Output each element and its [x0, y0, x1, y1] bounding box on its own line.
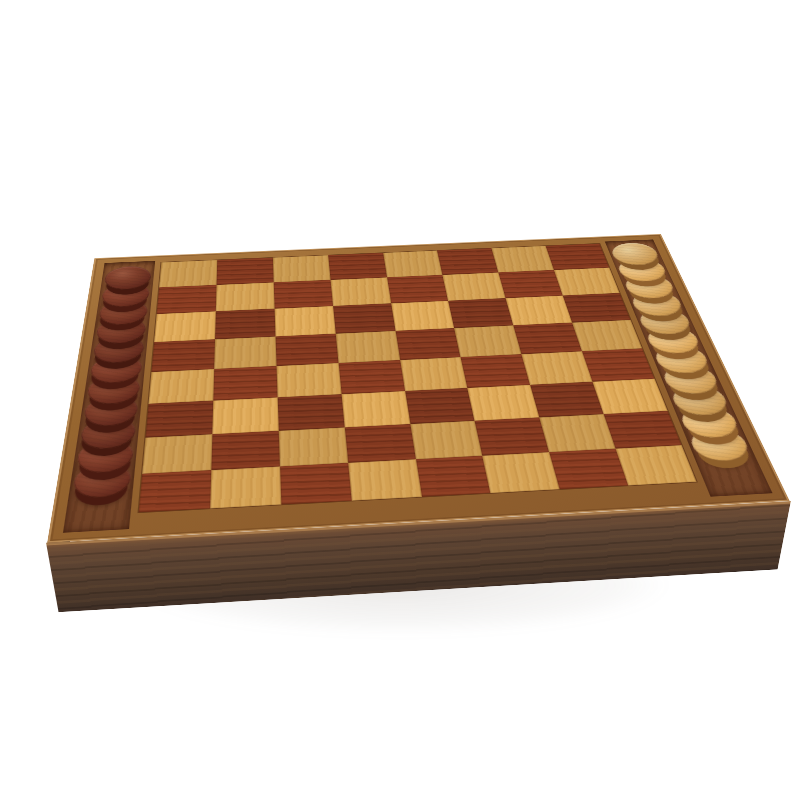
board-square[interactable] [159, 260, 217, 288]
board-square[interactable] [540, 414, 616, 452]
board-square[interactable] [348, 459, 422, 500]
board-square[interactable] [530, 382, 603, 418]
board-square[interactable] [216, 282, 275, 311]
dark-checker-piece[interactable] [87, 373, 140, 406]
board-square[interactable] [276, 363, 341, 397]
board-square[interactable] [280, 463, 352, 505]
board-square[interactable] [338, 360, 404, 394]
board-square[interactable] [514, 323, 583, 355]
board-square[interactable] [383, 250, 443, 277]
scene [0, 0, 800, 800]
board-square[interactable] [604, 411, 682, 449]
light-checker-piece[interactable] [669, 385, 731, 416]
board-square[interactable] [273, 280, 332, 309]
board-square[interactable] [454, 325, 521, 357]
board-square[interactable] [210, 466, 281, 508]
light-checker-piece[interactable] [660, 364, 722, 395]
light-checker-piece[interactable] [686, 427, 753, 462]
board-square[interactable] [549, 449, 628, 490]
board-square[interactable] [437, 248, 498, 275]
board-square[interactable] [616, 445, 697, 485]
right-tray-light-pieces [605, 239, 773, 496]
board-square[interactable] [335, 331, 399, 363]
board-square[interactable] [275, 334, 338, 366]
board-square[interactable] [387, 275, 449, 303]
board-square[interactable] [214, 336, 276, 369]
board-square[interactable] [443, 272, 506, 300]
light-checker-piece[interactable] [676, 405, 743, 440]
board-square[interactable] [506, 296, 572, 326]
board-square[interactable] [344, 424, 415, 463]
board-square[interactable] [154, 311, 216, 342]
board-square[interactable] [572, 320, 642, 351]
board-square[interactable] [341, 391, 410, 427]
photo-background [0, 0, 800, 800]
board-square[interactable] [333, 303, 395, 333]
dark-checker-piece[interactable] [78, 416, 138, 449]
board-square[interactable] [461, 354, 530, 388]
board-square[interactable] [215, 309, 275, 340]
board-square[interactable] [475, 417, 549, 455]
board-square[interactable] [216, 258, 273, 285]
board-square[interactable] [139, 470, 211, 512]
board-square[interactable] [279, 427, 348, 466]
board-square[interactable] [395, 328, 461, 360]
board-square[interactable] [328, 253, 387, 280]
board-square[interactable] [157, 285, 217, 314]
dark-checker-piece[interactable] [82, 394, 139, 427]
board-square[interactable] [142, 434, 212, 474]
board-square[interactable] [277, 394, 344, 431]
board-square[interactable] [448, 298, 513, 328]
left-tray-dark-pieces [63, 261, 155, 533]
board-square[interactable] [499, 270, 563, 298]
playing-grid [139, 243, 697, 512]
board-square[interactable] [330, 277, 391, 306]
board-square[interactable] [593, 379, 668, 414]
board-square[interactable] [212, 397, 278, 434]
board-square[interactable] [563, 293, 631, 323]
dark-checker-piece[interactable] [72, 462, 133, 499]
board-square[interactable] [391, 301, 455, 331]
board-square[interactable] [483, 452, 560, 493]
board-square[interactable] [410, 421, 483, 460]
checkers-board [47, 234, 790, 543]
board-square[interactable] [273, 255, 331, 282]
board-square[interactable] [492, 246, 554, 273]
board-square[interactable] [211, 431, 280, 470]
board-square[interactable] [274, 306, 335, 336]
board-square[interactable] [151, 339, 214, 372]
board-square[interactable] [405, 388, 475, 424]
board-square[interactable] [213, 366, 277, 401]
board-square[interactable] [468, 385, 540, 421]
board-square[interactable] [546, 243, 610, 269]
board-square[interactable] [582, 348, 654, 381]
board-square[interactable] [522, 351, 593, 385]
board-square[interactable] [145, 401, 213, 438]
dark-checker-piece[interactable] [77, 438, 134, 475]
board-square[interactable] [554, 268, 620, 296]
board-square[interactable] [415, 456, 490, 497]
board-top-face [47, 234, 790, 543]
board-square[interactable] [400, 357, 468, 391]
board-square[interactable] [149, 369, 215, 404]
